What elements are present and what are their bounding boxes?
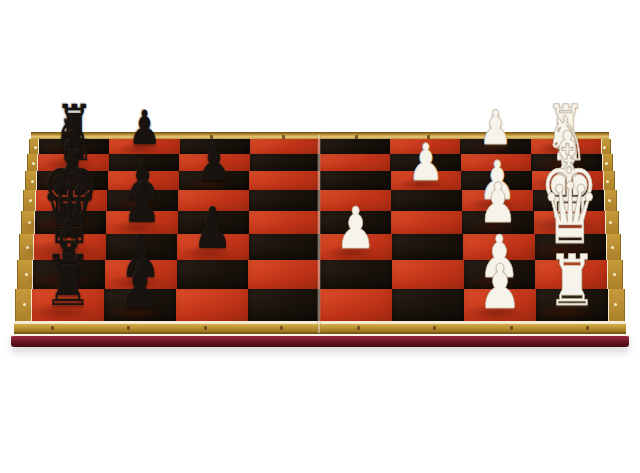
border-mark xyxy=(355,135,358,139)
square-f2[interactable] xyxy=(392,260,464,289)
square-e7[interactable] xyxy=(320,154,390,171)
piece-black-rook-a1[interactable]: ♜ xyxy=(43,247,92,317)
border-mark xyxy=(204,326,207,330)
border-mark xyxy=(433,326,436,330)
square-d8[interactable] xyxy=(250,139,320,154)
board-folding-edge xyxy=(11,334,629,347)
piece-black-pawn-c3[interactable]: ♟ xyxy=(193,199,233,257)
piece-white-pawn-g1[interactable]: ♟ xyxy=(478,256,521,317)
square-f4[interactable] xyxy=(391,211,462,234)
rank-row-2: ♝♟♟ xyxy=(17,260,623,289)
chessboard-photo: ♜♟♟♜♞♞♝♟♟♝♟♟♚♟♟♚♛♟♟♛♝♟♟♜♟♟♜ xyxy=(0,0,640,473)
square-d3[interactable] xyxy=(249,234,321,260)
square-f6[interactable]: ♟ xyxy=(391,171,462,190)
square-d5[interactable] xyxy=(249,190,320,211)
piece-black-pawn-b8[interactable]: ♟ xyxy=(128,105,161,152)
border-mark xyxy=(51,326,54,330)
square-d4[interactable] xyxy=(249,211,320,234)
rank-row-6: ♝♟♟♝ xyxy=(25,171,615,190)
rank-row-8: ♜♟♟♜ xyxy=(29,139,611,154)
square-d6[interactable] xyxy=(249,171,320,190)
border-mark xyxy=(357,326,360,330)
chess-board: ♜♟♟♜♞♞♝♟♟♝♟♟♚♟♟♚♛♟♟♛♝♟♟♜♟♟♜ xyxy=(0,139,640,321)
square-f3[interactable] xyxy=(392,234,464,260)
square-g1[interactable]: ♟ xyxy=(464,289,536,321)
rank-row-1: ♜♟♟♜ xyxy=(15,289,625,321)
piece-black-pawn-b1[interactable]: ♟ xyxy=(118,256,161,317)
square-e6[interactable] xyxy=(320,171,391,190)
rank-row-7: ♞♞ xyxy=(27,154,613,171)
square-e3[interactable]: ♟ xyxy=(320,234,392,260)
piece-white-rook-h1[interactable]: ♜ xyxy=(547,247,596,317)
square-c1[interactable] xyxy=(176,289,248,321)
rank-row-5: ♟♟ xyxy=(23,190,617,211)
square-e2[interactable] xyxy=(320,260,392,289)
border-mark xyxy=(282,135,285,139)
square-d2[interactable] xyxy=(248,260,320,289)
rank-row-3: ♛♟♟♛ xyxy=(19,234,621,260)
piece-black-pawn-c6[interactable]: ♟ xyxy=(196,137,232,188)
square-a1[interactable]: ♜ xyxy=(32,289,104,321)
square-e8[interactable] xyxy=(320,139,390,154)
square-c3[interactable]: ♟ xyxy=(177,234,249,260)
square-b1[interactable]: ♟ xyxy=(104,289,176,321)
square-c6[interactable]: ♟ xyxy=(179,171,250,190)
square-f5[interactable] xyxy=(391,190,462,211)
square-d1[interactable] xyxy=(248,289,320,321)
square-h1[interactable]: ♜ xyxy=(536,289,608,321)
border-mark xyxy=(280,326,283,330)
piece-white-pawn-f6[interactable]: ♟ xyxy=(408,137,444,188)
square-e1[interactable] xyxy=(320,289,392,321)
piece-white-pawn-e3[interactable]: ♟ xyxy=(336,199,376,257)
rank-row-4: ♚♟♟♚ xyxy=(21,211,619,234)
square-f1[interactable] xyxy=(392,289,464,321)
piece-white-pawn-g8[interactable]: ♟ xyxy=(479,105,512,152)
border-mark xyxy=(510,326,513,330)
square-d7[interactable] xyxy=(250,154,320,171)
border-mark xyxy=(586,326,589,330)
border-mark xyxy=(127,326,130,330)
board-near-gold-border xyxy=(14,321,626,334)
square-c2[interactable] xyxy=(177,260,249,289)
